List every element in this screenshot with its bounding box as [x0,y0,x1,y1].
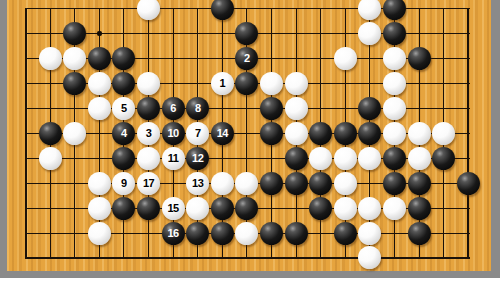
stone-black[interactable] [137,97,160,120]
stone-white-move-17[interactable]: 17 [137,172,160,195]
stone-black[interactable] [186,222,209,245]
stone-black[interactable] [358,97,381,120]
stone-white[interactable] [88,197,111,220]
stone-white-move-11[interactable]: 11 [162,147,185,170]
stone-black[interactable] [383,147,406,170]
stone-black[interactable] [432,147,455,170]
stone-white-move-9[interactable]: 9 [112,172,135,195]
stone-black[interactable] [309,122,332,145]
stone-white[interactable] [334,47,357,70]
stone-black[interactable] [112,72,135,95]
move-number-label: 6 [170,103,176,114]
stone-black[interactable] [211,197,234,220]
stone-black[interactable] [457,172,480,195]
move-number-label: 10 [167,128,178,139]
stone-black[interactable] [211,0,234,20]
stone-white[interactable] [88,172,111,195]
stone-white[interactable] [285,72,308,95]
move-number-label: 3 [146,128,152,139]
move-number-label: 12 [192,153,203,164]
stone-white[interactable] [186,197,209,220]
stone-white[interactable] [408,147,431,170]
stone-white[interactable] [39,147,62,170]
stone-white[interactable] [334,172,357,195]
stone-white[interactable] [358,222,381,245]
stone-white[interactable] [63,122,86,145]
move-number-label: 11 [168,153,179,164]
move-number-label: 4 [121,128,127,139]
stone-white[interactable] [63,47,86,70]
move-number-label: 8 [195,103,201,114]
stone-white-move-7[interactable]: 7 [186,122,209,145]
stone-black[interactable] [88,47,111,70]
stone-black[interactable] [383,0,406,20]
stone-white[interactable] [309,147,332,170]
stone-black[interactable] [260,172,283,195]
stone-black[interactable] [112,147,135,170]
stone-black[interactable] [285,222,308,245]
stone-black[interactable] [235,22,258,45]
stone-white[interactable] [137,0,160,20]
stone-black-move-4[interactable]: 4 [112,122,135,145]
stone-black[interactable] [39,122,62,145]
stone-black[interactable] [235,197,258,220]
stone-white[interactable] [358,22,381,45]
star-point [97,31,102,36]
stone-black-move-10[interactable]: 10 [162,122,185,145]
stone-black[interactable] [112,47,135,70]
stone-white[interactable] [88,222,111,245]
stone-white-move-15[interactable]: 15 [162,197,185,220]
stone-black-move-6[interactable]: 6 [162,97,185,120]
stone-white[interactable] [358,0,381,20]
stone-black[interactable] [358,122,381,145]
stone-white-move-1[interactable]: 1 [211,72,234,95]
stone-black-move-16[interactable]: 16 [162,222,185,245]
stone-black-move-14[interactable]: 14 [211,122,234,145]
stone-black-move-12[interactable]: 12 [186,147,209,170]
stone-white[interactable] [137,72,160,95]
stone-black[interactable] [408,47,431,70]
stone-white[interactable] [383,122,406,145]
grid-line-horizontal [25,257,470,259]
stone-white[interactable] [211,172,234,195]
stone-white-move-5[interactable]: 5 [112,97,135,120]
stone-black[interactable] [235,72,258,95]
stone-black-move-2[interactable]: 2 [235,47,258,70]
stone-black[interactable] [285,147,308,170]
stone-black[interactable] [137,197,160,220]
stone-black[interactable] [408,197,431,220]
stone-white[interactable] [235,222,258,245]
stone-white-move-3[interactable]: 3 [137,122,160,145]
stone-white[interactable] [88,72,111,95]
move-number-label: 2 [244,53,250,64]
stone-black[interactable] [383,22,406,45]
stone-white[interactable] [137,147,160,170]
stone-white[interactable] [334,147,357,170]
stone-white-move-13[interactable]: 13 [186,172,209,195]
stone-white[interactable] [358,197,381,220]
stone-black[interactable] [309,172,332,195]
stone-black[interactable] [260,122,283,145]
stone-black[interactable] [260,97,283,120]
stone-black[interactable] [112,197,135,220]
stone-white[interactable] [88,97,111,120]
move-number-label: 14 [217,128,228,139]
stone-black[interactable] [408,172,431,195]
stone-white[interactable] [358,147,381,170]
move-number-label: 7 [195,128,201,139]
stone-white[interactable] [285,97,308,120]
stone-white[interactable] [432,122,455,145]
move-number-label: 9 [121,178,127,189]
stone-black[interactable] [408,222,431,245]
stone-white[interactable] [358,246,381,269]
move-number-label: 15 [167,203,178,214]
stone-white[interactable] [383,47,406,70]
stone-black[interactable] [334,222,357,245]
move-number-label: 13 [192,178,203,189]
stone-black[interactable] [63,22,86,45]
stone-white[interactable] [383,72,406,95]
go-board[interactable]: 2156843107141112917131516 [7,0,491,271]
move-number-label: 16 [167,228,178,239]
screenshot-root: 2156843107141112917131516 [0,0,500,285]
stone-white[interactable] [334,197,357,220]
stone-black[interactable] [285,172,308,195]
stone-white[interactable] [235,172,258,195]
stone-black[interactable] [211,222,234,245]
stone-black[interactable] [383,172,406,195]
stone-white[interactable] [39,47,62,70]
stone-white[interactable] [408,122,431,145]
move-number-label: 17 [143,178,154,189]
stone-black-move-8[interactable]: 8 [186,97,209,120]
stone-white[interactable] [260,72,283,95]
stone-black[interactable] [260,222,283,245]
stone-black[interactable] [334,122,357,145]
stone-black[interactable] [309,197,332,220]
move-number-label: 5 [121,103,127,114]
move-number-label: 1 [219,78,225,89]
stone-white[interactable] [285,122,308,145]
stone-white[interactable] [383,97,406,120]
stone-white[interactable] [383,197,406,220]
stone-black[interactable] [63,72,86,95]
